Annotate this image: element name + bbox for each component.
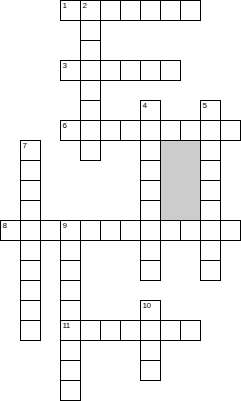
clue-number-6: 6 (63, 121, 67, 130)
cell-r6-c4[interactable] (80, 120, 101, 141)
cell-r7-c10[interactable] (200, 140, 221, 161)
cell-r13-c7[interactable] (140, 260, 161, 281)
cell-r6-c3[interactable]: 6 (60, 120, 81, 141)
cell-r3-c4[interactable] (80, 60, 101, 81)
cell-r11-c0[interactable]: 8 (0, 220, 21, 241)
cell-r2-c4[interactable] (80, 40, 101, 61)
cell-r10-c1[interactable] (20, 200, 41, 221)
clue-number-10: 10 (143, 301, 151, 310)
cell-r5-c7[interactable]: 4 (140, 100, 161, 121)
cell-r5-c4[interactable] (80, 100, 101, 121)
clue-number-5: 5 (203, 101, 207, 110)
cell-r4-c4[interactable] (80, 80, 101, 101)
cell-r8-c1[interactable] (20, 160, 41, 181)
cell-r6-c11[interactable] (220, 120, 241, 141)
cell-r16-c5[interactable] (100, 320, 121, 341)
cell-r3-c7[interactable] (140, 60, 161, 81)
cell-r0-c9[interactable] (180, 0, 201, 21)
cell-r6-c5[interactable] (100, 120, 121, 141)
crossword-grid: 1234567891011 (0, 0, 241, 401)
cell-r11-c2[interactable] (40, 220, 61, 241)
cell-r6-c7[interactable] (140, 120, 161, 141)
cell-r16-c9[interactable] (180, 320, 201, 341)
cell-r16-c6[interactable] (120, 320, 141, 341)
cell-r5-c10[interactable]: 5 (200, 100, 221, 121)
shaded-block (160, 140, 201, 221)
cell-r7-c1[interactable]: 7 (20, 140, 41, 161)
cell-r11-c6[interactable] (120, 220, 141, 241)
cell-r3-c3[interactable]: 3 (60, 60, 81, 81)
cell-r3-c8[interactable] (160, 60, 181, 81)
cell-r14-c1[interactable] (20, 280, 41, 301)
cell-r0-c8[interactable] (160, 0, 181, 21)
cell-r0-c3[interactable]: 1 (60, 0, 81, 21)
clue-number-2: 2 (83, 1, 87, 10)
cell-r3-c6[interactable] (120, 60, 141, 81)
cell-r9-c10[interactable] (200, 180, 221, 201)
cell-r16-c4[interactable] (80, 320, 101, 341)
cell-r0-c6[interactable] (120, 0, 141, 21)
clue-number-7: 7 (23, 141, 27, 150)
cell-r7-c4[interactable] (80, 140, 101, 161)
clue-number-11: 11 (63, 321, 70, 330)
cell-r6-c9[interactable] (180, 120, 201, 141)
cell-r6-c8[interactable] (160, 120, 181, 141)
cell-r11-c4[interactable] (80, 220, 101, 241)
cell-r11-c5[interactable] (100, 220, 121, 241)
cell-r10-c10[interactable] (200, 200, 221, 221)
cell-r15-c7[interactable]: 10 (140, 300, 161, 321)
cell-r11-c7[interactable] (140, 220, 161, 241)
cell-r12-c3[interactable] (60, 240, 81, 261)
cell-r12-c1[interactable] (20, 240, 41, 261)
cell-r0-c4[interactable]: 2 (80, 0, 101, 21)
cell-r6-c10[interactable] (200, 120, 221, 141)
cell-r0-c5[interactable] (100, 0, 121, 21)
cell-r16-c7[interactable] (140, 320, 161, 341)
cell-r11-c9[interactable] (180, 220, 201, 241)
cell-r11-c3[interactable]: 9 (60, 220, 81, 241)
cell-r17-c3[interactable] (60, 340, 81, 361)
cell-r9-c1[interactable] (20, 180, 41, 201)
cell-r8-c7[interactable] (140, 160, 161, 181)
cell-r16-c8[interactable] (160, 320, 181, 341)
cell-r7-c7[interactable] (140, 140, 161, 161)
cell-r13-c3[interactable] (60, 260, 81, 281)
cell-r13-c10[interactable] (200, 260, 221, 281)
cell-r8-c10[interactable] (200, 160, 221, 181)
cell-r14-c3[interactable] (60, 280, 81, 301)
cell-r11-c1[interactable] (20, 220, 41, 241)
cell-r11-c10[interactable] (200, 220, 221, 241)
clue-number-8: 8 (3, 221, 7, 230)
cell-r19-c3[interactable] (60, 380, 81, 401)
clue-number-9: 9 (63, 221, 67, 230)
cell-r18-c7[interactable] (140, 360, 161, 381)
cell-r3-c5[interactable] (100, 60, 121, 81)
cell-r10-c7[interactable] (140, 200, 161, 221)
cell-r15-c3[interactable] (60, 300, 81, 321)
cell-r17-c7[interactable] (140, 340, 161, 361)
clue-number-3: 3 (63, 61, 67, 70)
clue-number-4: 4 (143, 101, 147, 110)
cell-r12-c7[interactable] (140, 240, 161, 261)
cell-r11-c8[interactable] (160, 220, 181, 241)
cell-r12-c10[interactable] (200, 240, 221, 261)
cell-r13-c1[interactable] (20, 260, 41, 281)
cell-r18-c3[interactable] (60, 360, 81, 381)
cell-r16-c3[interactable]: 11 (60, 320, 81, 341)
cell-r15-c1[interactable] (20, 300, 41, 321)
cell-r6-c6[interactable] (120, 120, 141, 141)
cell-r9-c7[interactable] (140, 180, 161, 201)
cell-r11-c11[interactable] (220, 220, 241, 241)
cell-r16-c1[interactable] (20, 320, 41, 341)
clue-number-1: 1 (63, 1, 67, 10)
cell-r1-c4[interactable] (80, 20, 101, 41)
cell-r0-c7[interactable] (140, 0, 161, 21)
